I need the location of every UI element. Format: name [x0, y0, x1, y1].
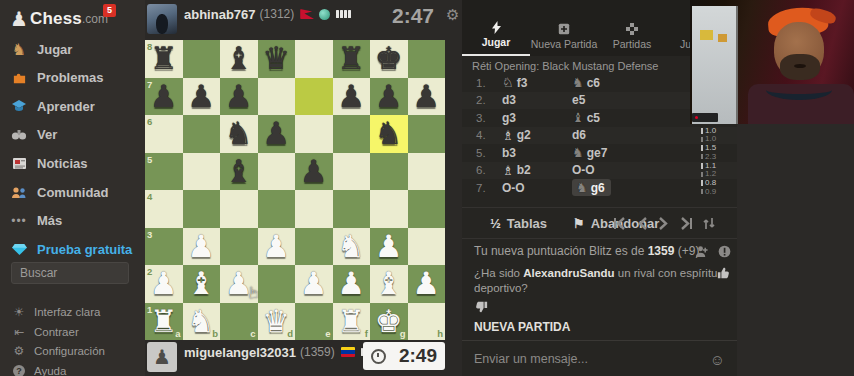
file-label: h — [437, 328, 443, 339]
square-d7[interactable] — [258, 78, 296, 116]
sidebar-item-mas[interactable]: •••Más — [10, 208, 62, 234]
knight-hand-icon: ♞ — [10, 40, 28, 58]
thumbs-up-icon[interactable] — [717, 266, 731, 280]
black-clock: 2:47 — [392, 4, 434, 28]
plus-square-icon — [558, 22, 570, 36]
rank-label: 5 — [147, 154, 152, 165]
camera-timestamp-badge — [692, 113, 718, 122]
square-f3[interactable]: ♞ — [333, 228, 371, 266]
sidebar-item-noticias[interactable]: Noticias — [10, 150, 88, 176]
piece-black-pawn[interactable]: ♟ — [258, 115, 296, 153]
diamond-icon — [10, 240, 28, 258]
file-label: e — [325, 328, 330, 339]
square-c3[interactable] — [220, 228, 258, 266]
piece-white-pawn[interactable]: ♟ — [295, 265, 333, 303]
clock-icon — [371, 349, 386, 364]
piece-white-rook[interactable]: ♜ — [145, 303, 183, 341]
square-h5[interactable] — [408, 153, 446, 191]
sidebar-item-prueba-gratuita[interactable]: Prueba gratuita — [10, 236, 132, 262]
puzzle-icon — [10, 69, 28, 87]
square-g8[interactable]: ♚ — [370, 40, 408, 78]
chess-board: 8♜♝♛♜♚7♟♟♟♟♟♟6♞♟♞5♝♟43♟♟♞♟2♟♝♟♟♟♝♟1a♜b♞c… — [145, 40, 445, 340]
move-row-4: 4.♗g2d61.01.0 — [462, 127, 737, 145]
piece-white-knight[interactable]: ♞ — [183, 303, 221, 341]
square-e1[interactable]: e — [295, 303, 333, 341]
move-f3[interactable]: ♘f3 — [502, 75, 527, 90]
square-h1[interactable]: h — [408, 303, 446, 341]
square-d2[interactable] — [258, 265, 296, 303]
player-name[interactable]: abhinab767 — [184, 7, 256, 22]
piece-white-rook[interactable]: ♜ — [333, 303, 371, 341]
figurine-N-icon: ♘ — [502, 75, 514, 90]
mouse-hand-cursor: ☞ — [244, 285, 263, 299]
figurine-N-icon: ♞ — [572, 145, 584, 160]
square-g1[interactable]: g♚ — [370, 303, 408, 341]
square-b8[interactable] — [183, 40, 221, 78]
square-e4[interactable] — [295, 190, 333, 228]
move-times: 0.80.9 — [701, 179, 731, 197]
square-e7[interactable] — [295, 78, 333, 116]
piece-black-pawn[interactable]: ♟ — [408, 78, 446, 116]
square-b1[interactable]: b♞ — [183, 303, 221, 341]
sidebar-item-ver[interactable]: Ver — [10, 122, 57, 148]
webcam-overlay — [690, 0, 854, 124]
square-f1[interactable]: f♜ — [333, 303, 371, 341]
avatar[interactable]: ♟ — [147, 342, 177, 372]
league-badge-icon — [319, 9, 330, 20]
sidebar-footer-configuracion[interactable]: ⚙Configuración — [12, 342, 105, 360]
sidebar-item-jugar[interactable]: ♞Jugar — [10, 36, 72, 62]
figurine-N-icon: ♞ — [572, 75, 584, 90]
player-name[interactable]: miguelangel32031 — [184, 345, 296, 360]
top-player-bar: abhinab767 (1312) — [147, 4, 352, 34]
chess-com-app: ♟ Chess .com 5 ♞JugarProblemasAprenderVe… — [0, 0, 854, 376]
square-c1[interactable]: c — [220, 303, 258, 341]
square-c8[interactable]: ♝ — [220, 40, 258, 78]
rank-label: 3 — [147, 229, 152, 240]
piece-black-bishop[interactable]: ♝ — [220, 40, 258, 78]
square-g5[interactable] — [370, 153, 408, 191]
chat-input-bar: ☺ — [462, 340, 737, 376]
square-b4[interactable] — [183, 190, 221, 228]
square-a4[interactable]: 4 — [145, 190, 183, 228]
piece-black-pawn[interactable]: ♟ — [145, 78, 183, 116]
collapse-icon: ⇤ — [12, 325, 26, 339]
figurine-B-icon: ♗ — [502, 128, 514, 143]
piece-white-pawn[interactable]: ♟ — [145, 265, 183, 303]
square-f7[interactable]: ♟ — [333, 78, 371, 116]
sportsmanship-question: ¿Ha sido AlexandruSandu un rival con esp… — [462, 266, 737, 296]
sidebar-item-problemas[interactable]: Problemas — [10, 65, 103, 91]
thumbs-down-icon[interactable] — [474, 300, 488, 314]
square-a6[interactable]: 6 — [145, 115, 183, 153]
square-d6[interactable]: ♟ — [258, 115, 296, 153]
piece-white-pawn[interactable]: ♟ — [333, 265, 371, 303]
gear-icon[interactable]: ⚙ — [446, 6, 459, 24]
move-b2[interactable]: ♗b2 — [502, 163, 531, 178]
sidebar: ♟ Chess .com 5 ♞JugarProblemasAprenderVe… — [0, 0, 145, 376]
square-f4[interactable] — [333, 190, 371, 228]
dots-icon: ••• — [10, 212, 28, 230]
new-game-title: NUEVA PARTIDA — [462, 320, 737, 335]
move-c6[interactable]: ♞c6 — [572, 75, 600, 90]
nav-last-icon[interactable] — [679, 217, 693, 230]
square-a1[interactable]: 1a♜ — [145, 303, 183, 341]
opening-name: Réti Opening: Black Mustang Defense — [472, 60, 659, 72]
move-c5[interactable]: ♝c5 — [572, 110, 600, 125]
search-input[interactable] — [11, 262, 129, 284]
binoculars-icon — [10, 126, 28, 144]
chess-com-logo[interactable]: ♟ Chess .com — [10, 6, 108, 32]
tab-jugar[interactable]: Jugar — [462, 20, 530, 56]
square-g4[interactable] — [370, 190, 408, 228]
square-d8[interactable]: ♛ — [258, 40, 296, 78]
square-d1[interactable]: d♛ — [258, 303, 296, 341]
nav-flip-icon[interactable] — [703, 217, 715, 230]
square-e5[interactable]: ♟ — [295, 153, 333, 191]
piece-black-knight[interactable]: ♞ — [220, 115, 258, 153]
newspaper-icon — [10, 154, 28, 172]
piece-white-pawn[interactable]: ♟ — [408, 265, 446, 303]
move-d6[interactable]: d6 — [572, 128, 586, 142]
file-label: c — [250, 328, 255, 339]
venezuela-flag-icon — [341, 347, 355, 357]
move-row-7: 7.O-O♞g60.80.9 — [462, 179, 737, 197]
notification-badge[interactable]: 5 — [103, 4, 116, 17]
rank-label: 4 — [147, 191, 152, 202]
move-d3[interactable]: d3 — [502, 93, 516, 107]
headphones — [766, 80, 832, 100]
bolt-icon — [492, 20, 501, 34]
piece-white-pawn[interactable]: ♟ — [183, 228, 221, 266]
piece-white-bishop[interactable]: ♝ — [370, 265, 408, 303]
figurine-B-icon: ♗ — [502, 163, 514, 178]
move-ge7[interactable]: ♞ge7 — [572, 145, 607, 160]
move-times: 1.01.0 — [701, 127, 731, 145]
move-b3[interactable]: b3 — [502, 146, 516, 160]
square-f6[interactable] — [333, 115, 371, 153]
square-e3[interactable] — [295, 228, 333, 266]
square-b2[interactable]: ♝ — [183, 265, 221, 303]
square-a3[interactable]: 3 — [145, 228, 183, 266]
piece-black-pawn[interactable]: ♟ — [183, 78, 221, 116]
tab-partidas[interactable]: Partidas — [598, 22, 666, 56]
square-b7[interactable]: ♟ — [183, 78, 221, 116]
square-e6[interactable] — [295, 115, 333, 153]
piece-white-king[interactable]: ♚ — [370, 303, 408, 341]
chat-area: Tu nueva puntuación Blitz es de 1359 (+9… — [462, 238, 737, 340]
square-h7[interactable]: ♟ — [408, 78, 446, 116]
pawn-bars — [336, 10, 352, 18]
square-h2[interactable]: ♟ — [408, 265, 446, 303]
tab-nueva-partida[interactable]: Nueva Partida — [530, 22, 598, 56]
piece-white-knight[interactable]: ♞ — [333, 228, 371, 266]
piece-white-queen[interactable]: ♛ — [258, 303, 296, 341]
move-times: 1.52.3 — [701, 144, 731, 162]
figurine-B-icon: ♝ — [572, 110, 584, 125]
piece-white-bishop[interactable]: ♝ — [183, 265, 221, 303]
square-c5[interactable]: ♝ — [220, 153, 258, 191]
bottom-player-bar: ♟ miguelangel32031 (1359) — [147, 342, 377, 372]
action-bar: ½ Tablas ⚑ Abandonar — [462, 207, 737, 239]
square-d3[interactable]: ♟ — [258, 228, 296, 266]
square-h4[interactable] — [408, 190, 446, 228]
sidebar-footer-ayuda[interactable]: ?Ayuda — [12, 362, 66, 376]
nav-first-icon[interactable] — [613, 217, 627, 230]
piece-black-pawn[interactable]: ♟ — [370, 78, 408, 116]
square-a2[interactable]: 2♟ — [145, 265, 183, 303]
nepal-flag-icon — [300, 9, 314, 19]
piece-black-king[interactable]: ♚ — [370, 40, 408, 78]
square-d5[interactable] — [258, 153, 296, 191]
sidebar-item-comunidad[interactable]: Comunidad — [10, 179, 109, 205]
piece-black-knight[interactable]: ♞ — [370, 115, 408, 153]
move-g3[interactable]: g3 — [502, 111, 516, 125]
graduation-cap-icon — [10, 97, 28, 115]
move-O-O[interactable]: O-O — [572, 163, 595, 177]
square-e2[interactable]: ♟ — [295, 265, 333, 303]
piece-black-pawn[interactable]: ♟ — [333, 78, 371, 116]
piece-black-rook[interactable]: ♜ — [145, 40, 183, 78]
piece-black-pawn[interactable]: ♟ — [295, 153, 333, 191]
avatar[interactable] — [147, 4, 177, 34]
figurine-N-icon: ♞ — [576, 180, 588, 195]
sidebar-footer-interfaz-clara[interactable]: ☀Interfaz clara — [12, 303, 100, 321]
player-rating: (1312) — [260, 7, 295, 21]
piece-black-rook[interactable]: ♜ — [333, 40, 371, 78]
square-b5[interactable] — [183, 153, 221, 191]
square-d4[interactable] — [258, 190, 296, 228]
square-g2[interactable]: ♝ — [370, 265, 408, 303]
add-friend-icon[interactable] — [695, 245, 708, 258]
white-clock: 2:49 — [363, 342, 445, 370]
square-f8[interactable]: ♜ — [333, 40, 371, 78]
move-g2[interactable]: ♗g2 — [502, 128, 531, 143]
question-icon: ? — [12, 365, 26, 376]
square-h6[interactable] — [408, 115, 446, 153]
rank-label: 6 — [147, 116, 152, 127]
move-g6[interactable]: ♞g6 — [572, 179, 611, 196]
square-e8[interactable] — [295, 40, 333, 78]
gear-icon: ⚙ — [12, 344, 26, 358]
square-f5[interactable] — [333, 153, 371, 191]
background-door — [692, 6, 738, 124]
piece-black-queen[interactable]: ♛ — [258, 40, 296, 78]
board-grid-icon — [626, 22, 638, 36]
move-times: 1.11.2 — [701, 162, 731, 180]
square-g6[interactable]: ♞ — [370, 115, 408, 153]
people-icon — [10, 183, 28, 201]
square-b3[interactable]: ♟ — [183, 228, 221, 266]
square-a7[interactable]: 7♟ — [145, 78, 183, 116]
piece-black-bishop[interactable]: ♝ — [220, 153, 258, 191]
thumbs-down-row — [462, 299, 737, 314]
square-c6[interactable]: ♞ — [220, 115, 258, 153]
square-a5[interactable]: 5 — [145, 153, 183, 191]
square-a8[interactable]: 8♜ — [145, 40, 183, 78]
nav-prev-icon[interactable] — [637, 217, 648, 230]
square-h8[interactable] — [408, 40, 446, 78]
piece-white-pawn[interactable]: ♟ — [370, 228, 408, 266]
sidebar-footer-contraer[interactable]: ⇤Contraer — [12, 323, 79, 341]
square-g3[interactable]: ♟ — [370, 228, 408, 266]
sidebar-item-aprender[interactable]: Aprender — [10, 93, 95, 119]
move-row-5: 5.b3♞ge71.52.3 — [462, 144, 737, 162]
square-g7[interactable]: ♟ — [370, 78, 408, 116]
emoji-icon[interactable]: ☺ — [710, 351, 725, 368]
square-c7[interactable]: ♟ — [220, 78, 258, 116]
player-rating: (1359) — [300, 345, 335, 359]
system-message: Tu nueva puntuación Blitz es de 1359 (+9… — [462, 244, 737, 259]
square-c4[interactable] — [220, 190, 258, 228]
nav-next-icon[interactable] — [658, 217, 669, 230]
resign-flag-icon: ⚑ — [573, 216, 585, 231]
sun-icon: ☀ — [12, 305, 26, 319]
draw-button[interactable]: ½ Tablas — [490, 216, 547, 231]
report-icon[interactable] — [718, 245, 731, 258]
move-nav — [603, 208, 715, 238]
move-O-O[interactable]: O-O — [502, 181, 525, 195]
move-row-6: 6.♗b2O-O1.11.2 — [462, 162, 737, 180]
pawn-logo-icon: ♟ — [10, 7, 28, 31]
half-icon: ½ — [490, 216, 501, 231]
piece-white-pawn[interactable]: ♟ — [258, 228, 296, 266]
square-b6[interactable] — [183, 115, 221, 153]
chat-message-input[interactable] — [462, 352, 710, 366]
logo-text: Chess — [30, 9, 82, 29]
square-h3[interactable] — [408, 228, 446, 266]
square-f2[interactable]: ♟ — [333, 265, 371, 303]
move-e5[interactable]: e5 — [572, 93, 585, 107]
piece-black-pawn[interactable]: ♟ — [220, 78, 258, 116]
